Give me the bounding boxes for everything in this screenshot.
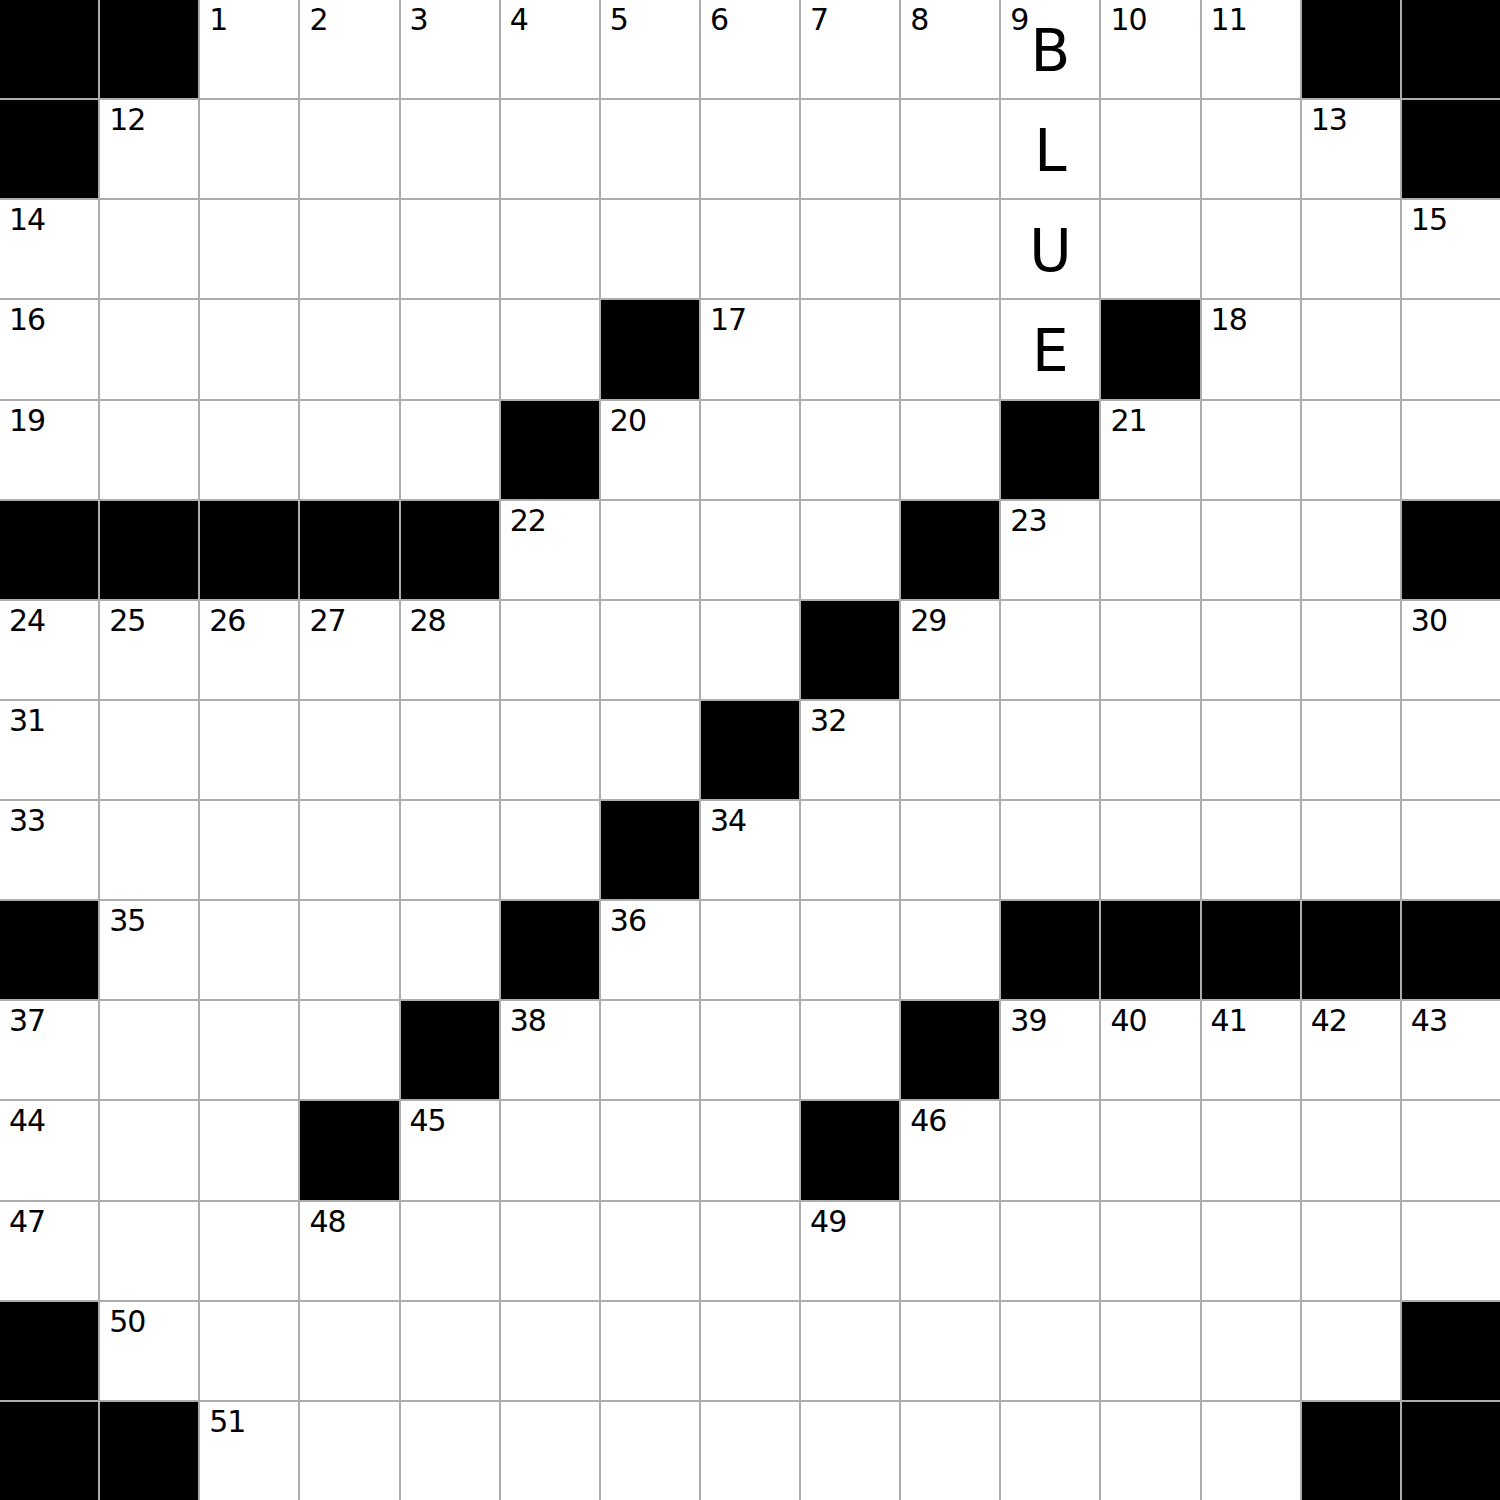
cell-r3c1[interactable]	[100, 300, 198, 398]
cell-r1c13[interactable]: 13	[1302, 100, 1400, 198]
cell-r12c4[interactable]	[401, 1202, 499, 1300]
clue-number-31: 31	[9, 704, 45, 737]
cell-r10c1[interactable]	[100, 1001, 198, 1099]
black-cell-r9c12	[1202, 901, 1300, 999]
cell-r2c11[interactable]	[1101, 200, 1199, 298]
crossword-board: 123456789B101112L1314U151617E18192021222…	[0, 0, 1500, 1500]
clue-number-21: 21	[1110, 404, 1146, 437]
cell-r10c3[interactable]	[300, 1001, 398, 1099]
clue-number-41: 41	[1211, 1004, 1247, 1037]
cell-r12c12[interactable]	[1202, 1202, 1300, 1300]
black-cell-r5c0	[0, 501, 98, 599]
cell-r11c1[interactable]	[100, 1101, 198, 1199]
cell-r2c8[interactable]	[801, 200, 899, 298]
clue-number-29: 29	[910, 604, 946, 637]
cell-r8c14[interactable]	[1402, 801, 1500, 899]
cell-r9c3[interactable]	[300, 901, 398, 999]
black-cell-r11c3	[300, 1101, 398, 1199]
cell-r7c13[interactable]	[1302, 701, 1400, 799]
black-cell-r0c13	[1302, 0, 1400, 98]
cell-r5c10[interactable]: 23	[1001, 501, 1099, 599]
cell-letter-r0c10: B	[1001, 0, 1099, 98]
cell-r11c7[interactable]	[701, 1101, 799, 1199]
cell-r4c14[interactable]	[1402, 401, 1500, 499]
cell-r11c11[interactable]	[1101, 1101, 1199, 1199]
clue-number-30: 30	[1411, 604, 1447, 637]
cell-letter-r3c10: E	[1001, 300, 1099, 398]
cell-r13c12[interactable]	[1202, 1302, 1300, 1400]
cell-r3c0[interactable]: 16	[0, 300, 98, 398]
black-cell-r0c0	[0, 0, 98, 98]
cell-r10c2[interactable]	[200, 1001, 298, 1099]
cell-r10c5[interactable]: 38	[501, 1001, 599, 1099]
cell-r0c8[interactable]: 7	[801, 0, 899, 98]
cell-r8c10[interactable]	[1001, 801, 1099, 899]
cell-r1c9[interactable]	[901, 100, 999, 198]
black-cell-r14c1	[100, 1402, 198, 1500]
cell-r7c3[interactable]	[300, 701, 398, 799]
cell-r11c0[interactable]: 44	[0, 1101, 98, 1199]
cell-r5c8[interactable]	[801, 501, 899, 599]
cell-r5c6[interactable]	[601, 501, 699, 599]
black-cell-r3c11	[1101, 300, 1199, 398]
cell-r11c10[interactable]	[1001, 1101, 1099, 1199]
cell-r7c4[interactable]	[401, 701, 499, 799]
cell-r7c9[interactable]	[901, 701, 999, 799]
cell-r2c2[interactable]	[200, 200, 298, 298]
black-cell-r5c4	[401, 501, 499, 599]
cell-r13c13[interactable]	[1302, 1302, 1400, 1400]
clue-number-6: 6	[710, 3, 728, 36]
cell-r2c4[interactable]	[401, 200, 499, 298]
black-cell-r4c10	[1001, 401, 1099, 499]
cell-r0c7[interactable]: 6	[701, 0, 799, 98]
black-cell-r1c14	[1402, 100, 1500, 198]
cell-r6c1[interactable]: 25	[100, 601, 198, 699]
clue-number-12: 12	[109, 103, 145, 136]
cell-r13c9[interactable]	[901, 1302, 999, 1400]
cell-r4c4[interactable]	[401, 401, 499, 499]
cell-r1c5[interactable]	[501, 100, 599, 198]
clue-number-45: 45	[410, 1104, 446, 1137]
black-cell-r14c14	[1402, 1402, 1500, 1500]
black-cell-r13c14	[1402, 1302, 1500, 1400]
cell-r4c12[interactable]	[1202, 401, 1300, 499]
clue-number-46: 46	[910, 1104, 946, 1137]
black-cell-r4c5	[501, 401, 599, 499]
cell-r13c1[interactable]: 50	[100, 1302, 198, 1400]
cell-r4c1[interactable]	[100, 401, 198, 499]
cell-r13c3[interactable]	[300, 1302, 398, 1400]
cell-r11c13[interactable]	[1302, 1101, 1400, 1199]
clue-number-33: 33	[9, 804, 45, 837]
cell-r6c3[interactable]: 27	[300, 601, 398, 699]
cell-r11c5[interactable]	[501, 1101, 599, 1199]
clue-number-14: 14	[9, 203, 45, 236]
cell-r3c5[interactable]	[501, 300, 599, 398]
black-cell-r9c13	[1302, 901, 1400, 999]
cell-r2c5[interactable]	[501, 200, 599, 298]
cell-r0c2[interactable]: 1	[200, 0, 298, 98]
cell-r11c12[interactable]	[1202, 1101, 1300, 1199]
cell-r3c3[interactable]	[300, 300, 398, 398]
clue-number-26: 26	[209, 604, 245, 637]
cell-r9c9[interactable]	[901, 901, 999, 999]
cell-r1c11[interactable]	[1101, 100, 1199, 198]
cell-r10c10[interactable]: 39	[1001, 1001, 1099, 1099]
black-cell-r6c8	[801, 601, 899, 699]
cell-r14c5[interactable]	[501, 1402, 599, 1500]
cell-r2c14[interactable]: 15	[1402, 200, 1500, 298]
crossword-grid: 123456789B101112L1314U151617E18192021222…	[0, 0, 1500, 1500]
cell-r6c4[interactable]: 28	[401, 601, 499, 699]
clue-number-23: 23	[1010, 504, 1046, 537]
cell-r0c5[interactable]: 4	[501, 0, 599, 98]
cell-r1c12[interactable]	[1202, 100, 1300, 198]
cell-r3c13[interactable]	[1302, 300, 1400, 398]
cell-r5c5[interactable]: 22	[501, 501, 599, 599]
clue-number-19: 19	[9, 404, 45, 437]
cell-r1c4[interactable]	[401, 100, 499, 198]
cell-r2c1[interactable]	[100, 200, 198, 298]
black-cell-r5c9	[901, 501, 999, 599]
black-cell-r5c2	[200, 501, 298, 599]
black-cell-r0c14	[1402, 0, 1500, 98]
cell-r12c10[interactable]	[1001, 1202, 1099, 1300]
clue-number-38: 38	[510, 1004, 546, 1037]
cell-r13c10[interactable]	[1001, 1302, 1099, 1400]
cell-r3c10[interactable]: E	[1001, 300, 1099, 398]
clue-number-48: 48	[309, 1205, 345, 1238]
black-cell-r5c14	[1402, 501, 1500, 599]
cell-r8c12[interactable]	[1202, 801, 1300, 899]
cell-r0c12[interactable]: 11	[1202, 0, 1300, 98]
cell-r8c9[interactable]	[901, 801, 999, 899]
cell-r11c9[interactable]: 46	[901, 1101, 999, 1199]
cell-r6c7[interactable]	[701, 601, 799, 699]
cell-r12c2[interactable]	[200, 1202, 298, 1300]
cell-r12c8[interactable]: 49	[801, 1202, 899, 1300]
clue-number-28: 28	[410, 604, 446, 637]
cell-r6c11[interactable]	[1101, 601, 1199, 699]
cell-r5c11[interactable]	[1101, 501, 1199, 599]
clue-number-1: 1	[209, 3, 227, 36]
cell-letter-r1c10: L	[1001, 100, 1099, 198]
cell-r9c7[interactable]	[701, 901, 799, 999]
cell-r7c0[interactable]: 31	[0, 701, 98, 799]
cell-r12c14[interactable]	[1402, 1202, 1500, 1300]
cell-r12c5[interactable]	[501, 1202, 599, 1300]
cell-r0c6[interactable]: 5	[601, 0, 699, 98]
cell-r13c2[interactable]	[200, 1302, 298, 1400]
cell-r8c0[interactable]: 33	[0, 801, 98, 899]
cell-r3c8[interactable]	[801, 300, 899, 398]
clue-number-51: 51	[209, 1405, 245, 1438]
cell-r14c7[interactable]	[701, 1402, 799, 1500]
cell-r13c8[interactable]	[801, 1302, 899, 1400]
cell-r5c7[interactable]	[701, 501, 799, 599]
clue-number-7: 7	[810, 3, 828, 36]
cell-r14c3[interactable]	[300, 1402, 398, 1500]
black-cell-r9c11	[1101, 901, 1199, 999]
cell-r1c10[interactable]: L	[1001, 100, 1099, 198]
black-cell-r0c1	[100, 0, 198, 98]
black-cell-r5c1	[100, 501, 198, 599]
black-cell-r10c4	[401, 1001, 499, 1099]
black-cell-r10c9	[901, 1001, 999, 1099]
cell-r10c13[interactable]: 42	[1302, 1001, 1400, 1099]
cell-r6c10[interactable]	[1001, 601, 1099, 699]
cell-r2c7[interactable]	[701, 200, 799, 298]
cell-r1c6[interactable]	[601, 100, 699, 198]
clue-number-5: 5	[610, 3, 628, 36]
cell-r2c3[interactable]	[300, 200, 398, 298]
clue-number-20: 20	[610, 404, 646, 437]
cell-r7c2[interactable]	[200, 701, 298, 799]
clue-number-44: 44	[9, 1104, 45, 1137]
cell-letter-r2c10: U	[1001, 200, 1099, 298]
cell-r3c2[interactable]	[200, 300, 298, 398]
cell-r12c7[interactable]	[701, 1202, 799, 1300]
cell-r8c8[interactable]	[801, 801, 899, 899]
cell-r6c6[interactable]	[601, 601, 699, 699]
clue-number-17: 17	[710, 303, 746, 336]
black-cell-r3c6	[601, 300, 699, 398]
cell-r4c9[interactable]	[901, 401, 999, 499]
black-cell-r14c0	[0, 1402, 98, 1500]
cell-r13c4[interactable]	[401, 1302, 499, 1400]
clue-number-3: 3	[410, 3, 428, 36]
black-cell-r9c14	[1402, 901, 1500, 999]
cell-r14c4[interactable]	[401, 1402, 499, 1500]
clue-number-8: 8	[910, 3, 928, 36]
cell-r11c4[interactable]: 45	[401, 1101, 499, 1199]
black-cell-r9c10	[1001, 901, 1099, 999]
clue-number-15: 15	[1411, 203, 1447, 236]
clue-number-43: 43	[1411, 1004, 1447, 1037]
black-cell-r9c0	[0, 901, 98, 999]
cell-r6c14[interactable]: 30	[1402, 601, 1500, 699]
cell-r7c11[interactable]	[1101, 701, 1199, 799]
cell-r14c6[interactable]	[601, 1402, 699, 1500]
cell-r7c6[interactable]	[601, 701, 699, 799]
clue-number-13: 13	[1311, 103, 1347, 136]
black-cell-r11c8	[801, 1101, 899, 1199]
black-cell-r13c0	[0, 1302, 98, 1400]
cell-r6c0[interactable]: 24	[0, 601, 98, 699]
cell-r8c5[interactable]	[501, 801, 599, 899]
cell-r12c1[interactable]	[100, 1202, 198, 1300]
cell-r7c14[interactable]	[1402, 701, 1500, 799]
cell-r7c8[interactable]: 32	[801, 701, 899, 799]
cell-r0c11[interactable]: 10	[1101, 0, 1199, 98]
clue-number-35: 35	[109, 904, 145, 937]
clue-number-50: 50	[109, 1305, 145, 1338]
cell-r9c8[interactable]	[801, 901, 899, 999]
cell-r7c12[interactable]	[1202, 701, 1300, 799]
cell-r9c2[interactable]	[200, 901, 298, 999]
cell-r2c12[interactable]	[1202, 200, 1300, 298]
clue-number-11: 11	[1211, 3, 1247, 36]
cell-r0c9[interactable]: 8	[901, 0, 999, 98]
black-cell-r1c0	[0, 100, 98, 198]
clue-number-42: 42	[1311, 1004, 1347, 1037]
black-cell-r8c6	[601, 801, 699, 899]
cell-r4c11[interactable]: 21	[1101, 401, 1199, 499]
cell-r7c5[interactable]	[501, 701, 599, 799]
cell-r2c13[interactable]	[1302, 200, 1400, 298]
cell-r10c14[interactable]: 43	[1402, 1001, 1500, 1099]
clue-number-36: 36	[610, 904, 646, 937]
clue-number-27: 27	[309, 604, 345, 637]
cell-r3c9[interactable]	[901, 300, 999, 398]
cell-r14c12[interactable]	[1202, 1402, 1300, 1500]
cell-r14c9[interactable]	[901, 1402, 999, 1500]
cell-r12c6[interactable]	[601, 1202, 699, 1300]
clue-number-2: 2	[309, 3, 327, 36]
cell-r3c12[interactable]: 18	[1202, 300, 1300, 398]
cell-r2c0[interactable]: 14	[0, 200, 98, 298]
cell-r3c4[interactable]	[401, 300, 499, 398]
cell-r4c13[interactable]	[1302, 401, 1400, 499]
cell-r10c12[interactable]: 41	[1202, 1001, 1300, 1099]
cell-r6c5[interactable]	[501, 601, 599, 699]
cell-r8c3[interactable]	[300, 801, 398, 899]
cell-r0c4[interactable]: 3	[401, 0, 499, 98]
cell-r6c12[interactable]	[1202, 601, 1300, 699]
cell-r9c4[interactable]	[401, 901, 499, 999]
clue-number-4: 4	[510, 3, 528, 36]
cell-r1c7[interactable]	[701, 100, 799, 198]
cell-r4c0[interactable]: 19	[0, 401, 98, 499]
cell-r5c12[interactable]	[1202, 501, 1300, 599]
cell-r9c1[interactable]: 35	[100, 901, 198, 999]
cell-r0c3[interactable]: 2	[300, 0, 398, 98]
cell-r14c2[interactable]: 51	[200, 1402, 298, 1500]
cell-r14c10[interactable]	[1001, 1402, 1099, 1500]
cell-r1c2[interactable]	[200, 100, 298, 198]
clue-number-39: 39	[1010, 1004, 1046, 1037]
clue-number-18: 18	[1211, 303, 1247, 336]
cell-r13c6[interactable]	[601, 1302, 699, 1400]
cell-r7c1[interactable]	[100, 701, 198, 799]
cell-r4c6[interactable]: 20	[601, 401, 699, 499]
cell-r10c8[interactable]	[801, 1001, 899, 1099]
cell-r10c0[interactable]: 37	[0, 1001, 98, 1099]
cell-r6c2[interactable]: 26	[200, 601, 298, 699]
cell-r8c1[interactable]	[100, 801, 198, 899]
clue-number-34: 34	[710, 804, 746, 837]
cell-r12c13[interactable]	[1302, 1202, 1400, 1300]
cell-r4c7[interactable]	[701, 401, 799, 499]
black-cell-r5c3	[300, 501, 398, 599]
cell-r10c7[interactable]	[701, 1001, 799, 1099]
cell-r14c11[interactable]	[1101, 1402, 1199, 1500]
clue-number-24: 24	[9, 604, 45, 637]
clue-number-40: 40	[1110, 1004, 1146, 1037]
cell-r8c2[interactable]	[200, 801, 298, 899]
cell-r8c7[interactable]: 34	[701, 801, 799, 899]
cell-r12c0[interactable]: 47	[0, 1202, 98, 1300]
clue-number-37: 37	[9, 1004, 45, 1037]
cell-r2c6[interactable]	[601, 200, 699, 298]
cell-r6c9[interactable]: 29	[901, 601, 999, 699]
clue-number-22: 22	[510, 504, 546, 537]
cell-r3c7[interactable]: 17	[701, 300, 799, 398]
cell-r13c5[interactable]	[501, 1302, 599, 1400]
cell-r13c11[interactable]	[1101, 1302, 1199, 1400]
clue-number-32: 32	[810, 704, 846, 737]
cell-r8c11[interactable]	[1101, 801, 1199, 899]
clue-number-49: 49	[810, 1205, 846, 1238]
black-cell-r7c7	[701, 701, 799, 799]
cell-r4c8[interactable]	[801, 401, 899, 499]
cell-r12c9[interactable]	[901, 1202, 999, 1300]
clue-number-25: 25	[109, 604, 145, 637]
cell-r11c14[interactable]	[1402, 1101, 1500, 1199]
cell-r2c9[interactable]	[901, 200, 999, 298]
clue-number-16: 16	[9, 303, 45, 336]
cell-r0c10[interactable]: 9B	[1001, 0, 1099, 98]
cell-r2c10[interactable]: U	[1001, 200, 1099, 298]
black-cell-r9c5	[501, 901, 599, 999]
cell-r1c1[interactable]: 12	[100, 100, 198, 198]
cell-r3c14[interactable]	[1402, 300, 1500, 398]
cell-r4c3[interactable]	[300, 401, 398, 499]
clue-number-10: 10	[1110, 3, 1146, 36]
cell-r12c3[interactable]: 48	[300, 1202, 398, 1300]
cell-r13c7[interactable]	[701, 1302, 799, 1400]
cell-r1c3[interactable]	[300, 100, 398, 198]
cell-r14c8[interactable]	[801, 1402, 899, 1500]
cell-r11c2[interactable]	[200, 1101, 298, 1199]
cell-r1c8[interactable]	[801, 100, 899, 198]
cell-r4c2[interactable]	[200, 401, 298, 499]
cell-r10c11[interactable]: 40	[1101, 1001, 1199, 1099]
cell-r6c13[interactable]	[1302, 601, 1400, 699]
cell-r10c6[interactable]	[601, 1001, 699, 1099]
cell-r11c6[interactable]	[601, 1101, 699, 1199]
cell-r12c11[interactable]	[1101, 1202, 1199, 1300]
cell-r8c13[interactable]	[1302, 801, 1400, 899]
cell-r8c4[interactable]	[401, 801, 499, 899]
black-cell-r14c13	[1302, 1402, 1400, 1500]
cell-r9c6[interactable]: 36	[601, 901, 699, 999]
clue-number-47: 47	[9, 1205, 45, 1238]
cell-r7c10[interactable]	[1001, 701, 1099, 799]
cell-r5c13[interactable]	[1302, 501, 1400, 599]
